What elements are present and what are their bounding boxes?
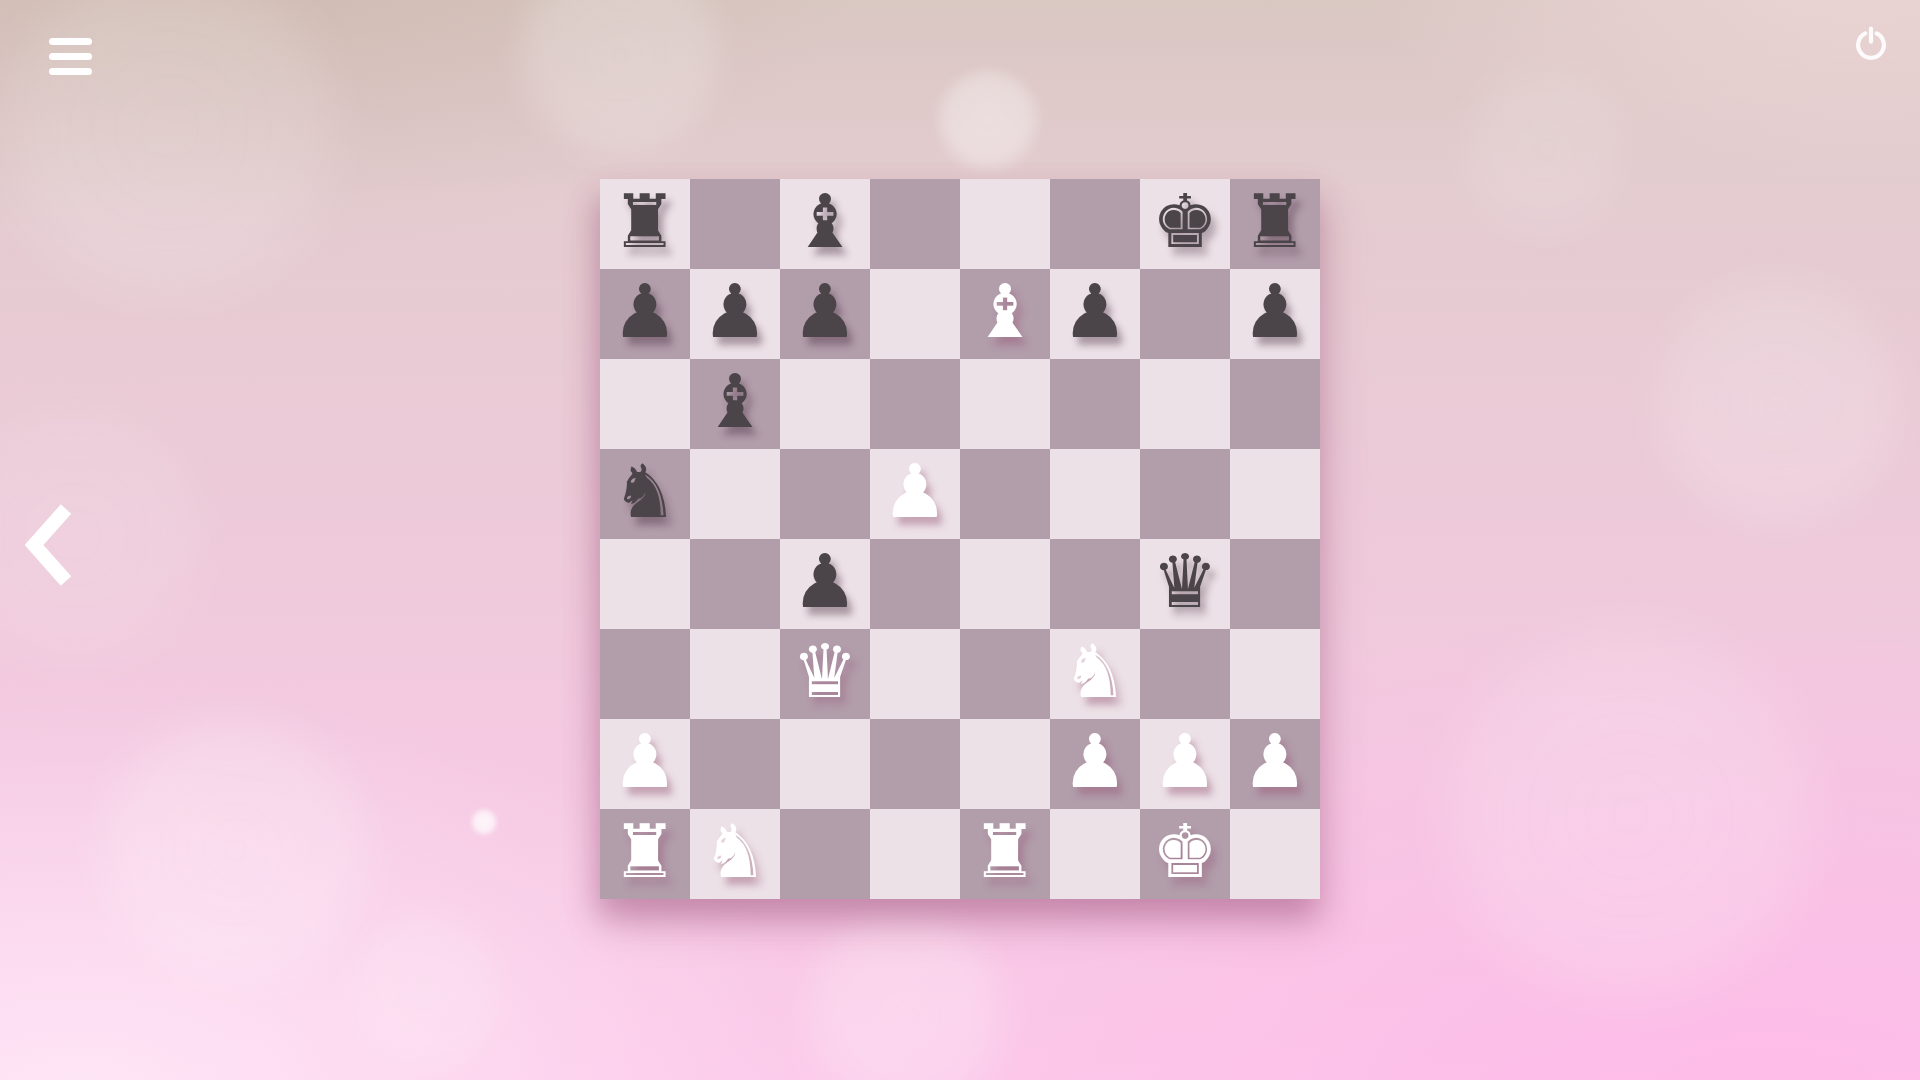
square-e4[interactable] [960, 539, 1050, 629]
square-f6[interactable] [1050, 359, 1140, 449]
piece-black-queen-g4[interactable]: ♛ [1152, 544, 1218, 618]
square-a1[interactable]: ♜ [600, 809, 690, 899]
square-a5[interactable]: ♞ [600, 449, 690, 539]
piece-black-rook-h8[interactable]: ♜ [1242, 184, 1308, 258]
piece-white-pawn-a2[interactable]: ♟ [612, 724, 678, 798]
square-d5[interactable]: ♟ [870, 449, 960, 539]
square-a6[interactable] [600, 359, 690, 449]
piece-black-bishop-b6[interactable]: ♝ [702, 364, 768, 438]
square-d3[interactable] [870, 629, 960, 719]
square-f7[interactable]: ♟ [1050, 269, 1140, 359]
square-b5[interactable] [690, 449, 780, 539]
square-e2[interactable] [960, 719, 1050, 809]
square-h5[interactable] [1230, 449, 1320, 539]
square-d8[interactable] [870, 179, 960, 269]
square-c2[interactable] [780, 719, 870, 809]
menu-button[interactable] [49, 38, 92, 75]
square-a7[interactable]: ♟ [600, 269, 690, 359]
square-b6[interactable]: ♝ [690, 359, 780, 449]
piece-black-rook-a8[interactable]: ♜ [612, 184, 678, 258]
square-g3[interactable] [1140, 629, 1230, 719]
bokeh-circle [470, 808, 498, 836]
square-b1[interactable]: ♞ [690, 809, 780, 899]
game-screen: ♜♝♚♜♟♟♟♝♟♟♝♞♟♟♛♛♞♟♟♟♟♜♞♜♚ [0, 0, 1920, 1080]
square-a3[interactable] [600, 629, 690, 719]
piece-white-knight-b1[interactable]: ♞ [702, 814, 768, 888]
piece-black-pawn-b7[interactable]: ♟ [702, 274, 768, 348]
square-f1[interactable] [1050, 809, 1140, 899]
square-e7[interactable]: ♝ [960, 269, 1050, 359]
square-g8[interactable]: ♚ [1140, 179, 1230, 269]
piece-white-bishop-e7[interactable]: ♝ [972, 274, 1038, 348]
square-d4[interactable] [870, 539, 960, 629]
square-b4[interactable] [690, 539, 780, 629]
square-e1[interactable]: ♜ [960, 809, 1050, 899]
square-g4[interactable]: ♛ [1140, 539, 1230, 629]
square-c8[interactable]: ♝ [780, 179, 870, 269]
piece-black-bishop-c8[interactable]: ♝ [792, 184, 858, 258]
square-g7[interactable] [1140, 269, 1230, 359]
back-button[interactable] [20, 503, 76, 587]
piece-white-pawn-h2[interactable]: ♟ [1242, 724, 1308, 798]
square-d6[interactable] [870, 359, 960, 449]
square-h3[interactable] [1230, 629, 1320, 719]
square-f8[interactable] [1050, 179, 1140, 269]
square-h8[interactable]: ♜ [1230, 179, 1320, 269]
power-icon [1853, 26, 1889, 62]
square-e8[interactable] [960, 179, 1050, 269]
bokeh-circle [505, 0, 735, 170]
piece-black-king-g8[interactable]: ♚ [1152, 184, 1218, 258]
square-c4[interactable]: ♟ [780, 539, 870, 629]
square-f3[interactable]: ♞ [1050, 629, 1140, 719]
bokeh-circle [338, 903, 518, 1080]
piece-white-pawn-g2[interactable]: ♟ [1152, 724, 1218, 798]
piece-white-pawn-f2[interactable]: ♟ [1062, 724, 1128, 798]
piece-white-king-g1[interactable]: ♚ [1152, 814, 1218, 888]
square-d2[interactable] [870, 719, 960, 809]
square-f2[interactable]: ♟ [1050, 719, 1140, 809]
square-g5[interactable] [1140, 449, 1230, 539]
chevron-left-icon [20, 503, 76, 587]
square-b7[interactable]: ♟ [690, 269, 780, 359]
square-e6[interactable] [960, 359, 1050, 449]
power-button[interactable] [1853, 26, 1889, 62]
square-g2[interactable]: ♟ [1140, 719, 1230, 809]
piece-white-rook-a1[interactable]: ♜ [612, 814, 678, 888]
piece-white-knight-f3[interactable]: ♞ [1062, 634, 1128, 708]
piece-white-queen-c3[interactable]: ♛ [792, 634, 858, 708]
square-f4[interactable] [1050, 539, 1140, 629]
square-b3[interactable] [690, 629, 780, 719]
square-d1[interactable] [870, 809, 960, 899]
piece-black-pawn-c7[interactable]: ♟ [792, 274, 858, 348]
bokeh-circle [1638, 265, 1918, 545]
square-c1[interactable] [780, 809, 870, 899]
square-c5[interactable] [780, 449, 870, 539]
piece-black-pawn-a7[interactable]: ♟ [612, 274, 678, 348]
piece-black-pawn-f7[interactable]: ♟ [1062, 274, 1128, 348]
square-b2[interactable] [690, 719, 780, 809]
square-a2[interactable]: ♟ [600, 719, 690, 809]
piece-white-pawn-d5[interactable]: ♟ [882, 454, 948, 528]
piece-black-pawn-h7[interactable]: ♟ [1242, 274, 1308, 348]
piece-white-rook-e1[interactable]: ♜ [972, 814, 1038, 888]
square-h4[interactable] [1230, 539, 1320, 629]
bokeh-circle [80, 695, 390, 1005]
square-h1[interactable] [1230, 809, 1320, 899]
piece-black-knight-a5[interactable]: ♞ [612, 454, 678, 528]
bokeh-circle [932, 64, 1044, 176]
square-b8[interactable] [690, 179, 780, 269]
square-g6[interactable] [1140, 359, 1230, 449]
chess-board: ♜♝♚♜♟♟♟♝♟♟♝♞♟♟♛♛♞♟♟♟♟♜♞♜♚ [600, 179, 1320, 899]
square-c7[interactable]: ♟ [780, 269, 870, 359]
bokeh-circle [1450, 55, 1640, 245]
square-f5[interactable] [1050, 449, 1140, 539]
square-h7[interactable]: ♟ [1230, 269, 1320, 359]
bokeh-circle [790, 900, 1020, 1080]
square-e3[interactable] [960, 629, 1050, 719]
square-e5[interactable] [960, 449, 1050, 539]
piece-black-pawn-c4[interactable]: ♟ [792, 544, 858, 618]
hamburger-icon [49, 38, 92, 45]
bokeh-circle [1420, 605, 1840, 1025]
square-h2[interactable]: ♟ [1230, 719, 1320, 809]
square-d7[interactable] [870, 269, 960, 359]
square-a8[interactable]: ♜ [600, 179, 690, 269]
square-h6[interactable] [1230, 359, 1320, 449]
square-c6[interactable] [780, 359, 870, 449]
square-a4[interactable] [600, 539, 690, 629]
square-c3[interactable]: ♛ [780, 629, 870, 719]
square-g1[interactable]: ♚ [1140, 809, 1230, 899]
